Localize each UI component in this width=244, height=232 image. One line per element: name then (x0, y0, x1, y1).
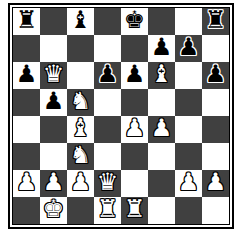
square-d7[interactable] (94, 35, 121, 62)
square-g1[interactable] (175, 197, 202, 224)
square-g6[interactable] (175, 62, 202, 89)
square-e5[interactable] (121, 89, 148, 116)
square-b5[interactable]: ♟ (40, 89, 67, 116)
square-e2[interactable] (121, 170, 148, 197)
piece-white-pawn: ♟ (178, 170, 200, 196)
square-c4[interactable]: ♝ (67, 116, 94, 143)
square-e4[interactable]: ♟ (121, 116, 148, 143)
piece-white-pawn: ♟ (70, 170, 92, 196)
piece-black-rook: ♜ (16, 8, 38, 34)
square-f7[interactable]: ♟ (148, 35, 175, 62)
square-f6[interactable]: ♝ (148, 62, 175, 89)
square-d5[interactable] (94, 89, 121, 116)
square-b6[interactable]: ♛ (40, 62, 67, 89)
piece-black-pawn: ♟ (97, 62, 119, 88)
piece-white-pawn: ♟ (43, 170, 65, 196)
piece-white-king: ♚ (43, 197, 65, 223)
piece-black-bishop: ♝ (70, 8, 92, 34)
square-h7[interactable] (202, 35, 229, 62)
chess-board-border: ♜♝♚♜♟♟♟♛♟♟♝♟♟♞♝♟♟♞♟♟♟♛♟♟♚♜♜ (12, 7, 230, 225)
piece-black-pawn: ♟ (178, 35, 200, 61)
piece-white-bishop: ♝ (70, 116, 92, 142)
piece-white-pawn: ♟ (205, 170, 227, 196)
square-a2[interactable]: ♟ (13, 170, 40, 197)
square-b2[interactable]: ♟ (40, 170, 67, 197)
square-a6[interactable]: ♟ (13, 62, 40, 89)
square-d1[interactable]: ♜ (94, 197, 121, 224)
square-b7[interactable] (40, 35, 67, 62)
square-c3[interactable]: ♞ (67, 143, 94, 170)
square-f1[interactable] (148, 197, 175, 224)
square-b3[interactable] (40, 143, 67, 170)
square-a1[interactable] (13, 197, 40, 224)
square-h4[interactable] (202, 116, 229, 143)
piece-black-pawn: ♟ (124, 62, 146, 88)
square-f4[interactable]: ♟ (148, 116, 175, 143)
square-g4[interactable] (175, 116, 202, 143)
square-g2[interactable]: ♟ (175, 170, 202, 197)
square-g8[interactable] (175, 8, 202, 35)
piece-white-pawn: ♟ (151, 116, 173, 142)
piece-white-rook: ♜ (124, 197, 146, 223)
piece-black-rook: ♜ (205, 8, 227, 34)
square-f2[interactable] (148, 170, 175, 197)
piece-white-rook: ♜ (97, 197, 119, 223)
square-h6[interactable]: ♟ (202, 62, 229, 89)
square-d2[interactable]: ♛ (94, 170, 121, 197)
square-g5[interactable] (175, 89, 202, 116)
square-c8[interactable]: ♝ (67, 8, 94, 35)
piece-white-pawn: ♟ (16, 170, 38, 196)
square-a7[interactable] (13, 35, 40, 62)
square-h3[interactable] (202, 143, 229, 170)
square-d3[interactable] (94, 143, 121, 170)
square-e3[interactable] (121, 143, 148, 170)
square-a4[interactable] (13, 116, 40, 143)
piece-black-pawn: ♟ (205, 62, 227, 88)
square-f3[interactable] (148, 143, 175, 170)
square-e7[interactable] (121, 35, 148, 62)
square-e1[interactable]: ♜ (121, 197, 148, 224)
square-b4[interactable] (40, 116, 67, 143)
square-b8[interactable] (40, 8, 67, 35)
chess-diagram: ♜♝♚♜♟♟♟♛♟♟♝♟♟♞♝♟♟♞♟♟♟♛♟♟♚♜♜ (0, 0, 244, 232)
square-c1[interactable] (67, 197, 94, 224)
piece-white-pawn: ♟ (124, 116, 146, 142)
square-d8[interactable] (94, 8, 121, 35)
square-c2[interactable]: ♟ (67, 170, 94, 197)
square-f5[interactable] (148, 89, 175, 116)
square-a3[interactable] (13, 143, 40, 170)
square-c5[interactable]: ♞ (67, 89, 94, 116)
square-e6[interactable]: ♟ (121, 62, 148, 89)
piece-black-pawn: ♟ (43, 89, 65, 115)
square-c6[interactable] (67, 62, 94, 89)
piece-white-queen: ♛ (97, 170, 119, 196)
piece-white-knight: ♞ (70, 89, 92, 115)
square-g7[interactable]: ♟ (175, 35, 202, 62)
piece-white-knight: ♞ (70, 143, 92, 169)
square-b1[interactable]: ♚ (40, 197, 67, 224)
square-h1[interactable] (202, 197, 229, 224)
square-h2[interactable]: ♟ (202, 170, 229, 197)
piece-white-bishop: ♝ (151, 62, 173, 88)
piece-black-pawn: ♟ (16, 62, 38, 88)
square-c7[interactable] (67, 35, 94, 62)
square-d6[interactable]: ♟ (94, 62, 121, 89)
square-d4[interactable] (94, 116, 121, 143)
square-g3[interactable] (175, 143, 202, 170)
piece-black-king: ♚ (124, 8, 146, 34)
square-h8[interactable]: ♜ (202, 8, 229, 35)
square-e8[interactable]: ♚ (121, 8, 148, 35)
square-a8[interactable]: ♜ (13, 8, 40, 35)
chess-board: ♜♝♚♜♟♟♟♛♟♟♝♟♟♞♝♟♟♞♟♟♟♛♟♟♚♜♜ (13, 8, 229, 224)
square-h5[interactable] (202, 89, 229, 116)
piece-white-queen: ♛ (43, 62, 65, 88)
square-a5[interactable] (13, 89, 40, 116)
square-f8[interactable] (148, 8, 175, 35)
chess-board-frame: ♜♝♚♜♟♟♟♛♟♟♝♟♟♞♝♟♟♞♟♟♟♛♟♟♚♜♜ (8, 3, 234, 229)
piece-black-pawn: ♟ (151, 35, 173, 61)
